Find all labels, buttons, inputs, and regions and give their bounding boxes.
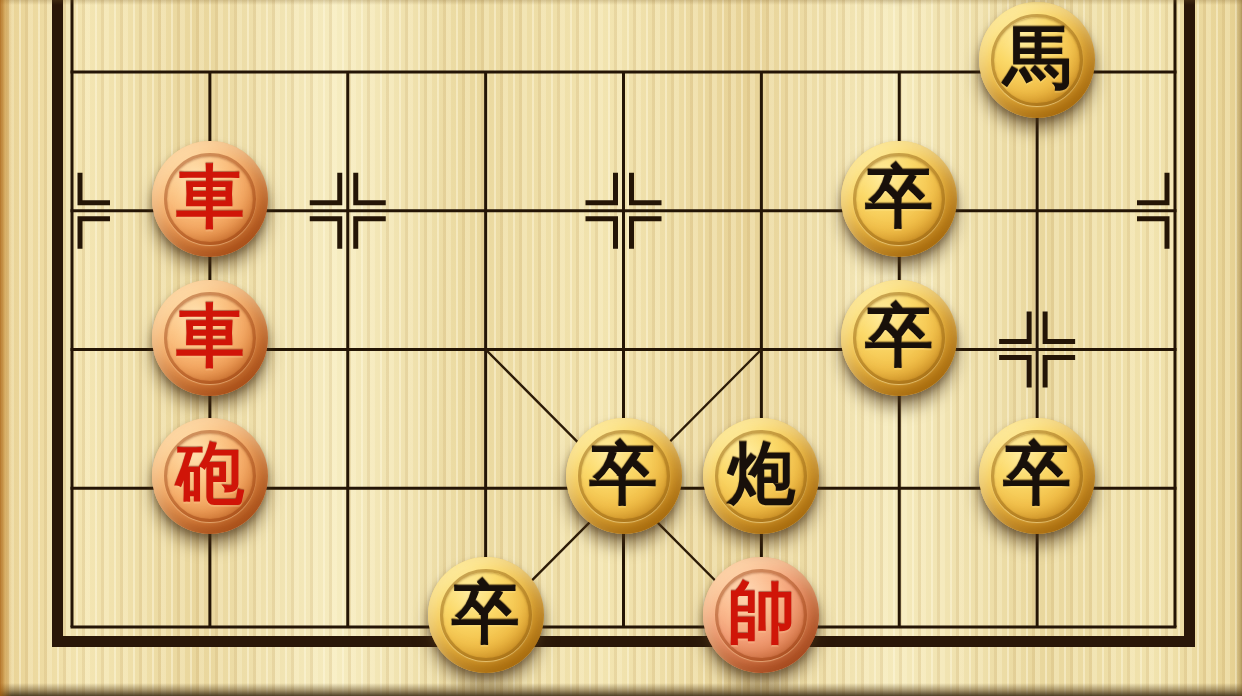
piece-black-soldier-g8[interactable]: 卒: [841, 280, 957, 396]
piece-glyph: 車: [176, 163, 244, 231]
piece-glyph: 卒: [452, 579, 520, 647]
piece-glyph: 卒: [865, 302, 933, 370]
piece-black-cannon-f9[interactable]: 炮: [703, 418, 819, 534]
piece-black-soldier-e9[interactable]: 卒: [566, 418, 682, 534]
piece-black-horse-h6[interactable]: 馬: [979, 2, 1095, 118]
pieces-layer: 車車砲帥馬卒卒卒炮卒卒: [0, 0, 1242, 696]
piece-red-chariot-b7[interactable]: 車: [152, 141, 268, 257]
piece-glyph: 砲: [176, 440, 244, 508]
piece-glyph: 炮: [727, 440, 795, 508]
piece-glyph: 車: [176, 302, 244, 370]
piece-glyph: 卒: [865, 163, 933, 231]
piece-black-soldier-d10[interactable]: 卒: [428, 557, 544, 673]
piece-glyph: 馬: [1003, 24, 1071, 92]
piece-red-general-f10[interactable]: 帥: [703, 557, 819, 673]
xiangqi-board: 車車砲帥馬卒卒卒炮卒卒: [0, 0, 1242, 696]
piece-black-soldier-h9[interactable]: 卒: [979, 418, 1095, 534]
piece-red-cannon-b9[interactable]: 砲: [152, 418, 268, 534]
piece-black-soldier-g7[interactable]: 卒: [841, 141, 957, 257]
piece-glyph: 帥: [727, 579, 795, 647]
piece-red-chariot-b8[interactable]: 車: [152, 280, 268, 396]
piece-glyph: 卒: [1003, 440, 1071, 508]
piece-glyph: 卒: [590, 440, 658, 508]
